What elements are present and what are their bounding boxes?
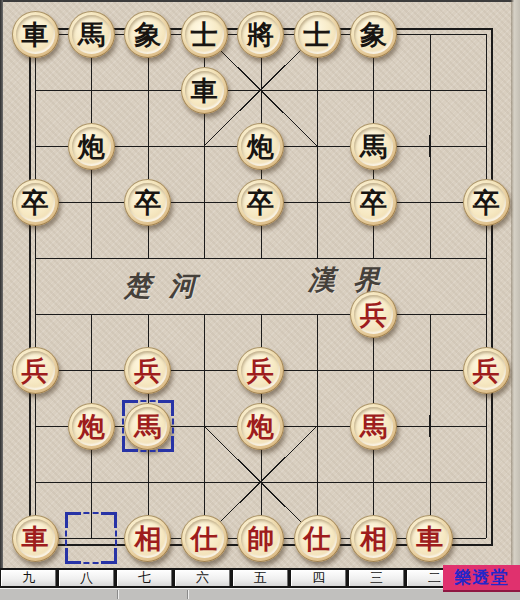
piece-glyph: 車 <box>406 515 453 562</box>
piece-glyph: 馬 <box>68 11 115 58</box>
piece-glyph: 兵 <box>463 347 510 394</box>
piece-black-soldier[interactable]: 卒 <box>237 179 284 226</box>
status-bar-divider <box>117 590 119 599</box>
piece-glyph: 士 <box>181 11 228 58</box>
piece-black-soldier[interactable]: 卒 <box>463 179 510 226</box>
piece-glyph: 炮 <box>68 123 115 170</box>
piece-red-elephant[interactable]: 相 <box>350 515 397 562</box>
xiangqi-board[interactable]: 楚河 漢界 車馬象士將士象車炮炮馬卒卒卒卒卒兵兵兵兵兵炮馬炮馬車相仕帥仕相車 <box>0 0 520 568</box>
piece-glyph: 卒 <box>124 179 171 226</box>
piece-black-chariot[interactable]: 車 <box>181 67 228 114</box>
piece-glyph: 馬 <box>350 123 397 170</box>
piece-glyph: 士 <box>294 11 341 58</box>
piece-black-cannon[interactable]: 炮 <box>237 123 284 170</box>
piece-red-soldier[interactable]: 兵 <box>12 347 59 394</box>
piece-black-elephant[interactable]: 象 <box>124 11 171 58</box>
piece-red-cannon[interactable]: 炮 <box>68 403 115 450</box>
file-coordinate-strip: 九八七六五四三二 <box>0 568 520 588</box>
lottery-hall-logo[interactable]: 樂透堂 <box>443 565 520 592</box>
piece-red-advisor[interactable]: 仕 <box>294 515 341 562</box>
window-border-left <box>0 0 3 568</box>
xiangqi-app: 楚河 漢界 車馬象士將士象車炮炮馬卒卒卒卒卒兵兵兵兵兵炮馬炮馬車相仕帥仕相車 九… <box>0 0 520 600</box>
piece-red-elephant[interactable]: 相 <box>124 515 171 562</box>
piece-red-soldier[interactable]: 兵 <box>463 347 510 394</box>
piece-glyph: 車 <box>12 11 59 58</box>
piece-red-general[interactable]: 帥 <box>237 515 284 562</box>
piece-glyph: 卒 <box>350 179 397 226</box>
file-label: 九 <box>1 570 56 586</box>
piece-glyph: 卒 <box>463 179 510 226</box>
piece-glyph: 卒 <box>237 179 284 226</box>
piece-glyph: 炮 <box>237 123 284 170</box>
piece-glyph: 兵 <box>124 347 171 394</box>
piece-glyph: 炮 <box>237 403 284 450</box>
status-bar <box>0 588 520 600</box>
file-label: 三 <box>349 570 404 586</box>
star-point-marker <box>419 135 441 157</box>
piece-glyph: 相 <box>350 515 397 562</box>
piece-glyph: 象 <box>350 11 397 58</box>
piece-red-advisor[interactable]: 仕 <box>181 515 228 562</box>
piece-black-cannon[interactable]: 炮 <box>68 123 115 170</box>
piece-glyph: 帥 <box>237 515 284 562</box>
piece-glyph: 馬 <box>124 403 171 450</box>
piece-glyph: 相 <box>124 515 171 562</box>
piece-glyph: 仕 <box>294 515 341 562</box>
star-point-marker <box>362 359 384 381</box>
piece-black-horse[interactable]: 馬 <box>350 123 397 170</box>
piece-black-horse[interactable]: 馬 <box>68 11 115 58</box>
piece-red-soldier[interactable]: 兵 <box>350 291 397 338</box>
piece-black-advisor[interactable]: 士 <box>181 11 228 58</box>
piece-black-soldier[interactable]: 卒 <box>350 179 397 226</box>
window-border-top <box>0 0 520 2</box>
piece-glyph: 卒 <box>12 179 59 226</box>
river-label-chu: 楚河 <box>124 268 214 304</box>
piece-red-chariot[interactable]: 車 <box>406 515 453 562</box>
file-label: 五 <box>233 570 288 586</box>
window-border-right <box>511 0 520 568</box>
piece-red-horse[interactable]: 馬 <box>124 403 171 450</box>
piece-black-soldier[interactable]: 卒 <box>124 179 171 226</box>
piece-glyph: 車 <box>181 67 228 114</box>
piece-glyph: 兵 <box>237 347 284 394</box>
piece-black-soldier[interactable]: 卒 <box>12 179 59 226</box>
file-label: 四 <box>291 570 346 586</box>
piece-black-general[interactable]: 將 <box>237 11 284 58</box>
piece-black-advisor[interactable]: 士 <box>294 11 341 58</box>
piece-red-soldier[interactable]: 兵 <box>124 347 171 394</box>
piece-glyph: 兵 <box>12 347 59 394</box>
piece-red-soldier[interactable]: 兵 <box>237 347 284 394</box>
piece-red-chariot[interactable]: 車 <box>12 515 59 562</box>
piece-glyph: 仕 <box>181 515 228 562</box>
piece-red-horse[interactable]: 馬 <box>350 403 397 450</box>
star-point-marker <box>419 415 441 437</box>
file-label: 六 <box>175 570 230 586</box>
status-bar-divider <box>187 590 189 599</box>
board-grid <box>0 0 520 568</box>
file-label: 八 <box>59 570 114 586</box>
piece-glyph: 馬 <box>350 403 397 450</box>
piece-glyph: 將 <box>237 11 284 58</box>
file-label: 七 <box>117 570 172 586</box>
piece-glyph: 象 <box>124 11 171 58</box>
piece-glyph: 兵 <box>350 291 397 338</box>
piece-glyph: 炮 <box>68 403 115 450</box>
piece-black-chariot[interactable]: 車 <box>12 11 59 58</box>
piece-black-elephant[interactable]: 象 <box>350 11 397 58</box>
piece-red-cannon[interactable]: 炮 <box>237 403 284 450</box>
piece-glyph: 車 <box>12 515 59 562</box>
